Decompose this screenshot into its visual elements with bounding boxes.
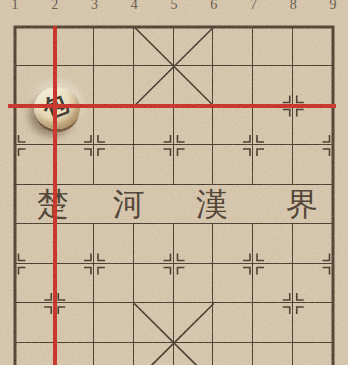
- file-label-3: 3: [86, 0, 104, 13]
- board-cell[interactable]: [53, 144, 93, 184]
- file-label-6: 6: [205, 0, 223, 13]
- board-cell[interactable]: [53, 263, 93, 303]
- board-cell[interactable]: [133, 105, 173, 145]
- board-cell[interactable]: [93, 223, 133, 263]
- board-cell[interactable]: [133, 144, 173, 184]
- board-cell[interactable]: [14, 26, 54, 66]
- highlight-row-line: [8, 104, 336, 108]
- board-cell[interactable]: [212, 65, 252, 105]
- file-label-2: 2: [46, 0, 64, 13]
- board-cell[interactable]: [93, 26, 133, 66]
- board-cell[interactable]: [292, 105, 332, 145]
- board-cell[interactable]: [173, 223, 213, 263]
- board-cell[interactable]: [53, 302, 93, 342]
- board-cell[interactable]: [292, 65, 332, 105]
- board-cell[interactable]: [173, 302, 213, 342]
- file-labels: 123456789: [0, 0, 348, 16]
- board-cell[interactable]: [53, 26, 93, 66]
- board-cell[interactable]: [292, 26, 332, 66]
- board-cell[interactable]: [252, 144, 292, 184]
- river-character: 河: [111, 186, 147, 222]
- board-cell[interactable]: [292, 144, 332, 184]
- file-label-5: 5: [165, 0, 183, 13]
- board-cell[interactable]: [212, 302, 252, 342]
- highlight-column-line: [53, 26, 57, 365]
- file-label-1: 1: [6, 0, 24, 13]
- board-cell[interactable]: [173, 26, 213, 66]
- board-cell[interactable]: [93, 342, 133, 365]
- board-cell[interactable]: [133, 302, 173, 342]
- board-cell[interactable]: [292, 342, 332, 365]
- board-cell[interactable]: [173, 144, 213, 184]
- board-cell[interactable]: [252, 223, 292, 263]
- board-cell[interactable]: [53, 342, 93, 365]
- board-cell[interactable]: [252, 26, 292, 66]
- board-cell[interactable]: [212, 223, 252, 263]
- board-cell[interactable]: [292, 263, 332, 303]
- board-cell[interactable]: [14, 263, 54, 303]
- board-cell[interactable]: [14, 342, 54, 365]
- board-cell[interactable]: [14, 223, 54, 263]
- board-cell[interactable]: [133, 65, 173, 105]
- board-cell[interactable]: [133, 26, 173, 66]
- file-label-8: 8: [284, 0, 302, 13]
- xiangqi-board: 123456789 楚河漢界 包: [0, 0, 348, 365]
- board-cell[interactable]: [173, 105, 213, 145]
- board-cell[interactable]: [212, 263, 252, 303]
- board-cell[interactable]: [133, 223, 173, 263]
- board-cell[interactable]: [252, 65, 292, 105]
- board-cell[interactable]: [53, 223, 93, 263]
- board-cell[interactable]: [212, 342, 252, 365]
- board-cell[interactable]: [292, 302, 332, 342]
- board-cell[interactable]: [93, 263, 133, 303]
- board-cell[interactable]: [173, 263, 213, 303]
- board-cell[interactable]: [173, 342, 213, 365]
- file-label-4: 4: [125, 0, 143, 13]
- river-character: 漢: [194, 186, 230, 222]
- river-character: 界: [284, 186, 320, 222]
- board-cell[interactable]: [212, 105, 252, 145]
- board-cell[interactable]: [252, 105, 292, 145]
- board-cell[interactable]: [93, 302, 133, 342]
- board-cell[interactable]: [133, 342, 173, 365]
- board-cell[interactable]: [14, 302, 54, 342]
- board-cell[interactable]: [93, 105, 133, 145]
- board-cell[interactable]: [173, 65, 213, 105]
- board-cell[interactable]: [133, 263, 173, 303]
- board-cell[interactable]: [212, 26, 252, 66]
- board-cell[interactable]: [14, 144, 54, 184]
- board-cell[interactable]: [93, 144, 133, 184]
- file-label-7: 7: [245, 0, 263, 13]
- board-cell[interactable]: [212, 144, 252, 184]
- piece-black-cannon[interactable]: 包: [34, 87, 80, 129]
- board-cell[interactable]: [93, 65, 133, 105]
- board-cell[interactable]: [292, 223, 332, 263]
- board-cell[interactable]: [252, 302, 292, 342]
- board-cell[interactable]: [252, 263, 292, 303]
- board-cell[interactable]: [252, 342, 292, 365]
- file-label-9: 9: [324, 0, 342, 13]
